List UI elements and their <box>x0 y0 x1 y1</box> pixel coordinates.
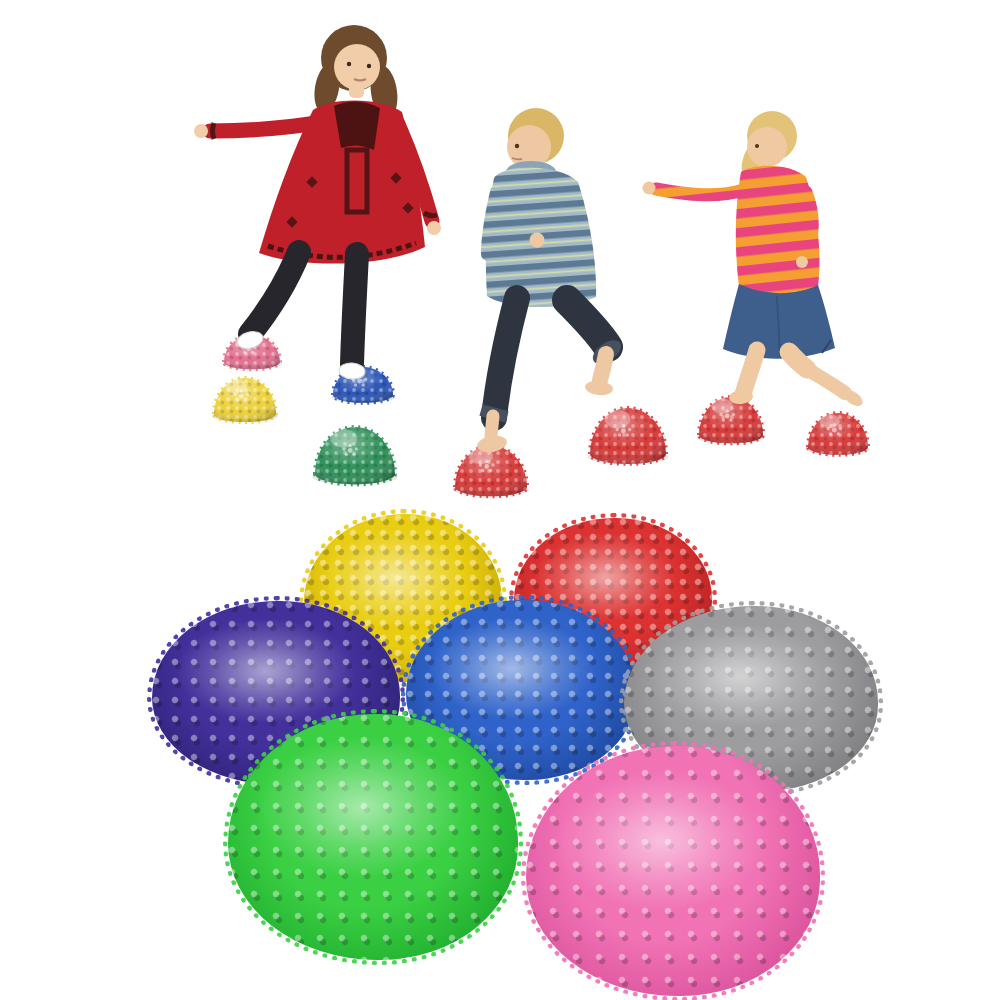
half-ball-pink <box>526 746 820 996</box>
half-ball-green <box>228 714 518 960</box>
product-photo <box>0 0 1000 1000</box>
half-ball-cluster <box>0 0 1000 1000</box>
